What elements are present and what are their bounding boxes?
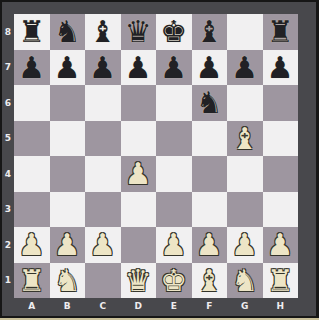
square-h3[interactable] <box>263 192 299 228</box>
chess-board: ♜♞♝♛♚♝♜♟♟♟♟♟♟♟♟♞♝♟♟♟♟♟♟♟♟♜♞♛♚♝♞♜ <box>14 14 298 298</box>
file-label-b: B <box>50 298 86 314</box>
square-e7[interactable]: ♟ <box>156 50 192 86</box>
square-e1[interactable]: ♚ <box>156 263 192 299</box>
square-e2[interactable]: ♟ <box>156 227 192 263</box>
square-a7[interactable]: ♟ <box>14 50 50 86</box>
square-c4[interactable] <box>85 156 121 192</box>
square-g3[interactable] <box>227 192 263 228</box>
square-a5[interactable] <box>14 121 50 157</box>
square-g4[interactable] <box>227 156 263 192</box>
square-d1[interactable]: ♛ <box>121 263 157 299</box>
piece-black-king: ♚ <box>156 14 192 50</box>
piece-white-pawn: ♟ <box>121 156 157 192</box>
square-g5[interactable]: ♝ <box>227 121 263 157</box>
square-b4[interactable] <box>50 156 86 192</box>
piece-white-pawn: ♟ <box>263 227 299 263</box>
square-c3[interactable] <box>85 192 121 228</box>
square-c1[interactable] <box>85 263 121 299</box>
piece-black-queen: ♛ <box>121 14 157 50</box>
square-c7[interactable]: ♟ <box>85 50 121 86</box>
rank-label-7: 7 <box>2 50 14 86</box>
piece-white-bishop: ♝ <box>192 263 228 299</box>
piece-black-rook: ♜ <box>263 14 299 50</box>
square-f4[interactable] <box>192 156 228 192</box>
piece-white-pawn: ♟ <box>50 227 86 263</box>
square-g1[interactable]: ♞ <box>227 263 263 299</box>
file-label-g: G <box>227 298 263 314</box>
square-c5[interactable] <box>85 121 121 157</box>
file-label-a: A <box>14 298 50 314</box>
piece-black-pawn: ♟ <box>121 50 157 86</box>
piece-black-pawn: ♟ <box>263 50 299 86</box>
piece-black-pawn: ♟ <box>192 50 228 86</box>
square-h2[interactable]: ♟ <box>263 227 299 263</box>
square-b6[interactable] <box>50 85 86 121</box>
square-f7[interactable]: ♟ <box>192 50 228 86</box>
board-frame: 87654321 ♜♞♝♛♚♝♜♟♟♟♟♟♟♟♟♞♝♟♟♟♟♟♟♟♟♜♞♛♚♝♞… <box>2 2 316 316</box>
piece-white-rook: ♜ <box>14 263 50 299</box>
square-b7[interactable]: ♟ <box>50 50 86 86</box>
piece-black-knight: ♞ <box>50 14 86 50</box>
piece-black-pawn: ♟ <box>227 50 263 86</box>
square-d6[interactable] <box>121 85 157 121</box>
square-e4[interactable] <box>156 156 192 192</box>
piece-black-pawn: ♟ <box>50 50 86 86</box>
square-d2[interactable] <box>121 227 157 263</box>
piece-black-pawn: ♟ <box>85 50 121 86</box>
file-label-f: F <box>192 298 228 314</box>
square-d7[interactable]: ♟ <box>121 50 157 86</box>
square-c6[interactable] <box>85 85 121 121</box>
square-a8[interactable]: ♜ <box>14 14 50 50</box>
square-c8[interactable]: ♝ <box>85 14 121 50</box>
piece-white-pawn: ♟ <box>227 227 263 263</box>
piece-white-knight: ♞ <box>50 263 86 299</box>
file-label-e: E <box>156 298 192 314</box>
rank-label-8: 8 <box>2 14 14 50</box>
piece-white-pawn: ♟ <box>14 227 50 263</box>
square-h8[interactable]: ♜ <box>263 14 299 50</box>
piece-black-bishop: ♝ <box>192 14 228 50</box>
square-b8[interactable]: ♞ <box>50 14 86 50</box>
square-f8[interactable]: ♝ <box>192 14 228 50</box>
square-g7[interactable]: ♟ <box>227 50 263 86</box>
file-labels: ABCDEFGH <box>14 298 298 314</box>
rank-label-3: 3 <box>2 192 14 228</box>
square-b1[interactable]: ♞ <box>50 263 86 299</box>
rank-labels: 87654321 <box>2 14 14 298</box>
square-h7[interactable]: ♟ <box>263 50 299 86</box>
chess-diagram: 87654321 ♜♞♝♛♚♝♜♟♟♟♟♟♟♟♟♞♝♟♟♟♟♟♟♟♟♜♞♛♚♝♞… <box>0 0 319 320</box>
square-b3[interactable] <box>50 192 86 228</box>
piece-white-king: ♚ <box>156 263 192 299</box>
square-d4[interactable]: ♟ <box>121 156 157 192</box>
square-g2[interactable]: ♟ <box>227 227 263 263</box>
rank-label-1: 1 <box>2 263 14 299</box>
square-e3[interactable] <box>156 192 192 228</box>
file-label-h: H <box>263 298 299 314</box>
square-g8[interactable] <box>227 14 263 50</box>
piece-white-pawn: ♟ <box>156 227 192 263</box>
piece-white-rook: ♜ <box>263 263 299 299</box>
piece-white-knight: ♞ <box>227 263 263 299</box>
square-a4[interactable] <box>14 156 50 192</box>
piece-white-pawn: ♟ <box>85 227 121 263</box>
square-d3[interactable] <box>121 192 157 228</box>
square-a6[interactable] <box>14 85 50 121</box>
square-f6[interactable]: ♞ <box>192 85 228 121</box>
rank-label-5: 5 <box>2 121 14 157</box>
square-h6[interactable] <box>263 85 299 121</box>
square-g6[interactable] <box>227 85 263 121</box>
square-f3[interactable] <box>192 192 228 228</box>
square-a1[interactable]: ♜ <box>14 263 50 299</box>
square-f5[interactable] <box>192 121 228 157</box>
file-label-d: D <box>121 298 157 314</box>
piece-black-pawn: ♟ <box>156 50 192 86</box>
square-c2[interactable]: ♟ <box>85 227 121 263</box>
square-e8[interactable]: ♚ <box>156 14 192 50</box>
square-b5[interactable] <box>50 121 86 157</box>
square-e6[interactable] <box>156 85 192 121</box>
square-h4[interactable] <box>263 156 299 192</box>
square-f2[interactable]: ♟ <box>192 227 228 263</box>
square-d5[interactable] <box>121 121 157 157</box>
rank-label-6: 6 <box>2 85 14 121</box>
square-f1[interactable]: ♝ <box>192 263 228 299</box>
rank-label-4: 4 <box>2 156 14 192</box>
square-e5[interactable] <box>156 121 192 157</box>
piece-white-queen: ♛ <box>121 263 157 299</box>
piece-black-pawn: ♟ <box>14 50 50 86</box>
square-d8[interactable]: ♛ <box>121 14 157 50</box>
piece-white-pawn: ♟ <box>192 227 228 263</box>
square-a3[interactable] <box>14 192 50 228</box>
piece-black-knight: ♞ <box>192 85 228 121</box>
piece-black-bishop: ♝ <box>85 14 121 50</box>
rank-label-2: 2 <box>2 227 14 263</box>
square-h1[interactable]: ♜ <box>263 263 299 299</box>
square-b2[interactable]: ♟ <box>50 227 86 263</box>
piece-white-bishop: ♝ <box>227 121 263 157</box>
square-a2[interactable]: ♟ <box>14 227 50 263</box>
file-label-c: C <box>85 298 121 314</box>
square-h5[interactable] <box>263 121 299 157</box>
piece-black-rook: ♜ <box>14 14 50 50</box>
